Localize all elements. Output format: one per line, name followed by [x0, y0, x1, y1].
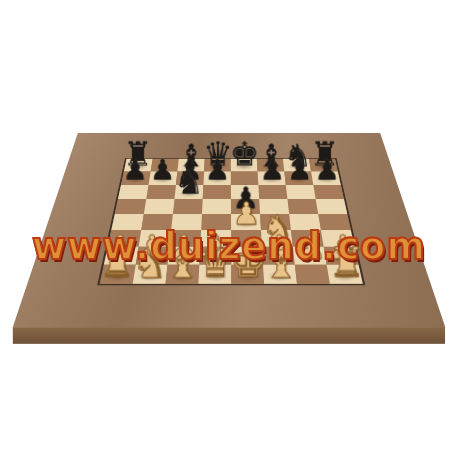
square-f7[interactable]: ♟ [258, 171, 286, 184]
square-e4[interactable]: ♟ [231, 214, 261, 230]
square-a3[interactable] [108, 230, 142, 247]
piece-shadow [260, 162, 281, 170]
square-e2[interactable] [231, 247, 263, 265]
square-g5[interactable] [287, 199, 318, 214]
square-b4[interactable] [141, 214, 173, 230]
piece-white-pawn-e4: ♟ [232, 198, 260, 229]
product-photo-page: ♜♝♛♚♝♞♜♟♟♟♟♟♟♟♞♟♟♞♟♟♟♟♟♟♟♜♞♝♛♚♝♜ www.dui… [0, 0, 458, 458]
square-d4[interactable] [201, 214, 231, 230]
square-g8[interactable]: ♞ [283, 159, 311, 172]
piece-shadow [108, 252, 134, 263]
square-a2[interactable]: ♟ [104, 247, 139, 265]
piece-shadow [207, 162, 227, 170]
square-c5[interactable] [173, 199, 203, 214]
square-f4[interactable] [260, 214, 291, 230]
piece-shadow [288, 175, 310, 183]
piece-shadow [178, 189, 200, 198]
square-a8[interactable]: ♜ [124, 159, 153, 172]
piece-shadow [152, 175, 174, 183]
piece-black-bishop-c8: ♝ [177, 140, 205, 171]
piece-shadow [267, 270, 293, 282]
piece-shadow [261, 175, 282, 183]
square-d8[interactable]: ♛ [204, 159, 231, 172]
square-h4[interactable] [318, 214, 351, 230]
square-e5[interactable]: ♟ [231, 199, 260, 214]
piece-shadow [140, 252, 165, 263]
piece-black-queen-d8: ♛ [203, 138, 233, 171]
square-f2[interactable]: ♟ [262, 247, 295, 265]
board-grid: ♜♝♛♚♝♞♜♟♟♟♟♟♟♟♞♟♟♞♟♟♟♟♟♟♟♜♞♝♛♚♝♜ [97, 158, 365, 285]
square-f1[interactable]: ♝ [263, 265, 297, 284]
square-a5[interactable] [115, 199, 146, 214]
square-e8[interactable]: ♚ [231, 159, 258, 172]
square-d6[interactable] [203, 185, 231, 199]
square-h6[interactable] [313, 185, 344, 199]
piece-shadow [125, 175, 147, 183]
piece-shadow [315, 175, 337, 183]
square-h3[interactable] [321, 230, 355, 247]
piece-shadow [266, 252, 291, 263]
square-e3[interactable] [231, 230, 262, 247]
square-f6[interactable] [258, 185, 287, 199]
piece-shadow [234, 203, 256, 212]
piece-black-knight-g8: ♞ [284, 140, 312, 171]
square-d1[interactable]: ♛ [198, 265, 231, 284]
square-d2[interactable]: ♟ [199, 247, 231, 265]
piece-shadow [297, 252, 322, 263]
square-b3[interactable] [139, 230, 172, 247]
square-h8[interactable]: ♜ [309, 159, 338, 172]
chess-board: ♜♝♛♚♝♞♜♟♟♟♟♟♟♟♞♟♟♞♟♟♟♟♟♟♟♜♞♝♛♚♝♜ [13, 133, 446, 328]
square-e1[interactable]: ♚ [231, 265, 264, 284]
piece-shadow [286, 162, 307, 170]
square-h5[interactable] [316, 199, 348, 214]
piece-shadow [328, 252, 354, 263]
piece-shadow [235, 219, 258, 229]
square-f5[interactable] [259, 199, 289, 214]
piece-shadow [207, 175, 228, 183]
square-c4[interactable] [171, 214, 202, 230]
board-front-edge [13, 327, 445, 344]
piece-shadow [202, 270, 227, 282]
square-c6[interactable]: ♞ [174, 185, 203, 199]
square-b1[interactable]: ♞ [133, 265, 168, 284]
piece-shadow [127, 162, 149, 170]
piece-shadow [234, 162, 254, 170]
square-c3[interactable] [169, 230, 201, 247]
square-c1[interactable]: ♝ [166, 265, 200, 284]
square-b6[interactable] [146, 185, 176, 199]
piece-shadow [137, 270, 163, 282]
piece-shadow [170, 270, 196, 282]
square-b5[interactable] [144, 199, 175, 214]
square-d7[interactable]: ♟ [203, 171, 230, 184]
piece-shadow [313, 162, 335, 170]
square-b2[interactable]: ♟ [136, 247, 170, 265]
square-g2[interactable]: ♟ [293, 247, 327, 265]
piece-shadow [235, 270, 260, 282]
square-c8[interactable]: ♝ [177, 159, 204, 172]
piece-shadow [172, 252, 197, 263]
piece-shadow [265, 235, 289, 245]
square-b8[interactable] [151, 159, 179, 172]
square-e7[interactable] [231, 171, 259, 184]
square-h1[interactable]: ♜ [327, 265, 363, 284]
square-g3[interactable] [291, 230, 324, 247]
square-c7[interactable]: ♟ [176, 171, 204, 184]
square-a6[interactable] [118, 185, 149, 199]
piece-shadow [181, 162, 202, 170]
square-a1[interactable]: ♜ [100, 265, 136, 284]
square-d5[interactable] [202, 199, 231, 214]
piece-shadow [331, 270, 358, 282]
square-d3[interactable] [200, 230, 231, 247]
piece-black-bishop-f8: ♝ [257, 140, 285, 171]
piece-black-rook-h8: ♜ [309, 138, 339, 171]
piece-shadow [104, 270, 131, 282]
piece-shadow [203, 252, 227, 263]
square-c2[interactable]: ♟ [168, 247, 201, 265]
square-h7[interactable]: ♟ [311, 171, 341, 184]
square-a7[interactable]: ♟ [121, 171, 151, 184]
piece-black-rook-a8: ♜ [122, 138, 152, 171]
square-g6[interactable] [286, 185, 316, 199]
square-b7[interactable]: ♟ [148, 171, 177, 184]
square-f8[interactable]: ♝ [257, 159, 284, 172]
square-a4[interactable] [111, 214, 143, 230]
square-g4[interactable] [289, 214, 321, 230]
square-g1[interactable] [295, 265, 330, 284]
square-g7[interactable]: ♟ [284, 171, 313, 184]
square-h2[interactable]: ♟ [324, 247, 359, 265]
square-f3[interactable]: ♞ [261, 230, 293, 247]
piece-shadow [179, 175, 200, 183]
piece-black-king-e8: ♚ [229, 138, 259, 171]
piece-white-knight-f3: ♞ [261, 210, 293, 246]
square-e6[interactable] [231, 185, 259, 199]
